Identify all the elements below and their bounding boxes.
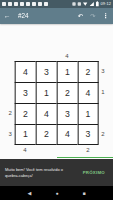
clue-empty xyxy=(3,145,14,156)
app-bar: ← #24 ↶ ↷ ⋮ xyxy=(0,8,113,24)
undo-icon[interactable]: ↶ xyxy=(78,12,83,20)
skyscrapers-board: 443123312412243131243242 xyxy=(3,50,109,157)
grid-cell-r2c3[interactable]: 2 xyxy=(56,82,77,103)
grid-cell-r4c1[interactable]: 1 xyxy=(14,124,35,145)
notification-icon xyxy=(38,2,42,6)
back-arrow-icon[interactable]: ← xyxy=(4,12,11,20)
notification-icon xyxy=(14,2,18,6)
clue-empty xyxy=(56,145,77,156)
clue-empty xyxy=(3,61,14,82)
status-bar-right: 09:12 xyxy=(72,2,111,6)
notification-icons xyxy=(2,2,48,6)
notification-icon xyxy=(44,2,48,6)
notification-icon xyxy=(2,2,6,6)
grid-cell-r2c4[interactable]: 4 xyxy=(77,82,98,103)
grid-cell-r1c4[interactable]: 2 xyxy=(77,61,98,82)
page-title: #24 xyxy=(18,12,70,19)
snackbar: Muito bem! Você tem resolvido o quebra-c… xyxy=(0,159,113,186)
grid-cell-r2c1[interactable]: 3 xyxy=(14,82,35,103)
clue-empty xyxy=(35,50,56,61)
wifi-icon xyxy=(83,2,88,6)
clue-right: 1 xyxy=(98,82,109,103)
grid-cell-r1c2[interactable]: 3 xyxy=(35,61,56,82)
status-bar: 09:12 xyxy=(0,0,113,8)
grid-cell-r1c3[interactable]: 1 xyxy=(56,61,77,82)
grid-cell-r4c3[interactable]: 4 xyxy=(56,124,77,145)
clue-empty xyxy=(14,50,35,61)
redo-icon[interactable]: ↷ xyxy=(90,12,95,20)
clue-right: 2 xyxy=(98,124,109,145)
notification-icon xyxy=(32,2,36,6)
notification-icon xyxy=(20,2,24,6)
nav-home-icon[interactable]: ● xyxy=(55,190,58,195)
grid-cell-r3c4[interactable]: 1 xyxy=(77,103,98,124)
clue-right: 3 xyxy=(98,61,109,82)
screen: 09:12 ← #24 ↶ ↷ ⋮ 4431233124122431312432… xyxy=(0,0,113,200)
grid-cell-r4c2[interactable]: 2 xyxy=(35,124,56,145)
clue-empty xyxy=(3,50,14,61)
clue-empty xyxy=(77,50,98,61)
notification-icon xyxy=(8,2,12,6)
clue-left: 3 xyxy=(3,124,14,145)
snackbar-message-line2: quebra-cabeça! xyxy=(5,172,63,177)
battery-icon xyxy=(96,2,99,6)
grid-cell-r4c4[interactable]: 3 xyxy=(77,124,98,145)
clue-left: 2 xyxy=(3,103,14,124)
nav-back-icon[interactable]: ◀ xyxy=(28,190,32,195)
misc-status-icon xyxy=(72,2,75,5)
grid-cell-r1c1[interactable]: 4 xyxy=(14,61,35,82)
grid-cell-r3c1[interactable]: 2 xyxy=(14,103,35,124)
android-nav-bar: ◀ ● ■ xyxy=(0,186,113,200)
nav-recents-icon[interactable]: ■ xyxy=(82,190,85,195)
signal-icon xyxy=(90,2,94,6)
clue-empty xyxy=(98,103,109,124)
overflow-menu-icon[interactable]: ⋮ xyxy=(102,12,109,20)
next-puzzle-button[interactable]: PRÓXIMO xyxy=(81,170,107,176)
snackbar-message: Muito bem! Você tem resolvido o quebra-c… xyxy=(5,167,63,178)
grid-cell-r3c3[interactable]: 3 xyxy=(56,103,77,124)
green-progress-line xyxy=(57,157,113,158)
clue-bottom: 4 xyxy=(14,145,35,156)
clue-empty xyxy=(35,145,56,156)
grid-cell-r2c2[interactable]: 1 xyxy=(35,82,56,103)
clue-empty xyxy=(98,50,109,61)
grid-cell-r3c2[interactable]: 4 xyxy=(35,103,56,124)
clue-bottom: 2 xyxy=(77,145,98,156)
misc-status-icon xyxy=(78,2,81,5)
clock: 09:12 xyxy=(101,2,111,6)
notification-icon xyxy=(26,2,30,6)
clue-empty xyxy=(3,82,14,103)
clue-empty xyxy=(98,145,109,156)
clue-top: 4 xyxy=(56,50,77,61)
